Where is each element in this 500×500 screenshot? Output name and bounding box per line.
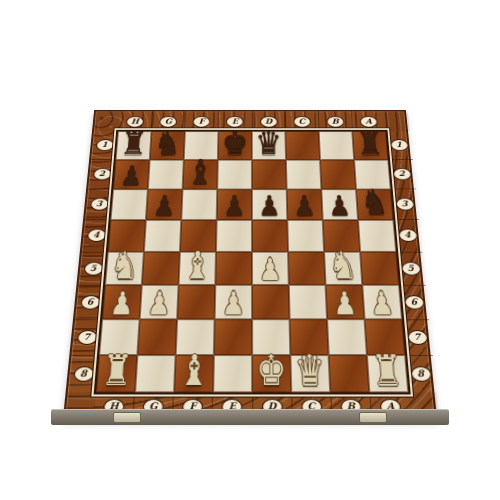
square-c3: ♟ [287,189,323,220]
frame-corner-top-right [384,111,410,131]
square-a8: ♜ [367,355,408,392]
square-g8 [135,355,176,392]
coordinate-label: 4 [86,229,106,242]
square-h8: ♜ [96,355,137,392]
coordinate-label: 5 [401,261,422,275]
coordinate-label: C [293,116,311,127]
square-c2 [286,160,321,190]
piece-light-pawn: ♟ [333,288,358,320]
square-c8: ♛ [290,355,330,392]
square-f3 [181,189,217,220]
square-h1: ♜ [116,131,152,159]
piece-dark-pawn: ♟ [223,192,245,220]
square-e3: ♟ [217,189,252,220]
coordinate-label: 3 [89,198,109,211]
piece-dark-pawn: ♟ [153,192,176,220]
piece-light-bishop: ♝ [179,350,210,392]
square-h6: ♟ [102,285,142,319]
file-label-f-top: F [184,111,218,131]
frame-corner-top-left [94,111,120,131]
square-c5 [288,252,325,285]
square-g5 [142,252,180,285]
rank-label-8-right: 8 [405,355,436,392]
coordinate-label: 5 [83,261,103,275]
rank-label-6-right: 6 [399,285,429,319]
square-b3: ♟ [321,189,358,220]
coordinate-label: 6 [80,295,101,309]
piece-dark-pawn: ♟ [293,192,316,220]
product-photo: HGFEDCBA 12345678 ♜♞♚♛♜♟♝♟♟♟♟♟♞♞♝♟♞♟♟♟♟♟… [0,0,500,500]
coordinate-label: B [326,116,344,127]
piece-dark-queen: ♛ [256,128,282,160]
coordinate-label: 2 [92,168,111,180]
chessboard: HGFEDCBA 12345678 ♜♞♚♛♜♟♝♟♟♟♟♟♞♞♝♟♞♟♟♟♟♟… [63,110,437,418]
square-d8: ♚ [252,355,291,392]
piece-light-pawn: ♟ [147,288,172,320]
square-g3: ♟ [146,189,183,220]
rank-label-7-left: 7 [72,319,103,355]
rank-label-4-left: 4 [82,219,111,251]
rank-label-1-right: 1 [386,131,413,159]
coordinate-label: 4 [398,229,418,242]
board-squares: ♜♞♚♛♜♟♝♟♟♟♟♟♞♞♝♟♞♟♟♟♟♟♜♝♚♛♜ [96,131,408,392]
piece-dark-rook: ♜ [356,128,384,160]
piece-light-king: ♚ [256,350,286,392]
coordinate-label: 1 [95,139,114,151]
square-a3: ♞ [356,189,393,220]
square-f6 [177,285,215,319]
board-frame: HGFEDCBA 12345678 ♜♞♚♛♜♟♝♟♟♟♟♟♞♞♝♟♞♟♟♟♟♟… [63,110,437,418]
square-h5: ♞ [105,252,144,285]
piece-light-rook: ♜ [100,350,133,392]
piece-dark-pawn: ♟ [258,192,280,220]
square-e4 [216,220,252,252]
square-e5 [215,252,252,285]
square-d5: ♟ [252,252,289,285]
rank-label-3-right: 3 [391,189,419,220]
square-d1: ♛ [252,131,286,159]
piece-dark-pawn: ♟ [328,192,351,220]
coordinate-label: 3 [395,198,415,211]
square-f8: ♝ [174,355,214,392]
rank-label-5-left: 5 [79,251,108,284]
piece-light-pawn: ♟ [222,288,245,320]
coordinate-label: 8 [73,366,95,382]
square-g6: ♟ [140,285,179,319]
piece-dark-knight: ♞ [154,128,182,160]
coordinate-label: 1 [390,139,409,151]
coordinate-label: 7 [407,330,428,345]
hinge-right-icon [359,412,387,423]
square-e2 [217,160,252,190]
piece-light-pawn: ♟ [109,288,134,320]
coordinate-label: F [193,116,211,127]
coordinate-label: 2 [392,168,411,180]
coordinate-label: 6 [403,295,424,309]
rank-label-7-right: 7 [402,319,433,355]
square-b1 [319,131,354,159]
square-d2 [252,160,287,190]
rank-label-2-left: 2 [88,159,116,189]
square-d3: ♟ [252,189,287,220]
square-c6 [289,285,327,319]
square-g7 [137,319,177,355]
piece-light-queen: ♛ [295,350,326,392]
square-f2: ♝ [183,160,218,190]
square-b7 [327,319,367,355]
piece-light-pawn: ♟ [259,255,282,285]
piece-dark-knight: ♞ [360,185,390,220]
rank-label-2-right: 2 [388,159,416,189]
square-f5: ♝ [179,252,216,285]
piece-dark-bishop: ♝ [186,156,214,189]
coordinate-label: 8 [410,366,432,382]
square-b5: ♞ [324,252,362,285]
square-e8 [213,355,252,392]
rank-label-5-right: 5 [396,251,425,284]
square-b2 [320,160,356,190]
rank-label-6-left: 6 [75,285,105,319]
square-e7 [214,319,252,355]
square-h3 [111,189,148,220]
piece-dark-rook: ♜ [119,128,147,160]
piece-dark-king: ♚ [222,128,248,160]
rank-label-1-left: 1 [91,131,118,159]
square-g2 [148,160,184,190]
file-label-b-top: B [318,111,352,131]
square-a1: ♜ [352,131,388,159]
piece-light-rook: ♜ [371,350,404,392]
rank-label-3-left: 3 [85,189,113,220]
coordinate-label: 7 [76,330,97,345]
piece-light-pawn: ♟ [369,288,395,320]
board-front-edge [51,409,449,425]
square-c1 [285,131,320,159]
square-e6: ♟ [215,285,252,319]
piece-light-knight: ♞ [109,247,140,284]
square-a6: ♟ [362,285,402,319]
square-e1: ♚ [218,131,252,159]
square-a4 [358,220,396,252]
square-g1: ♞ [150,131,185,159]
square-d4 [252,220,288,252]
square-d6 [252,285,290,319]
piece-dark-pawn: ♟ [120,162,143,189]
piece-light-knight: ♞ [328,247,358,284]
hinge-left-icon [113,412,141,423]
rank-label-4-right: 4 [393,219,422,251]
piece-light-bishop: ♝ [183,247,212,284]
square-b6: ♟ [326,285,365,319]
square-a5 [360,252,399,285]
square-c4 [287,220,324,252]
file-label-c-top: C [285,111,319,131]
square-g4 [144,220,181,252]
square-h2: ♟ [113,160,150,190]
rank-label-8-left: 8 [68,355,99,392]
square-b8 [329,355,370,392]
